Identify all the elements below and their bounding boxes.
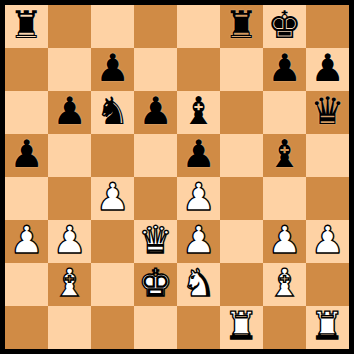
square-d7[interactable] xyxy=(134,48,177,91)
square-g8[interactable]: ♚ xyxy=(263,5,306,48)
square-b6[interactable]: ♟ xyxy=(48,91,91,134)
square-a1[interactable] xyxy=(5,306,48,349)
piece-black-pawn-icon: ♟ xyxy=(52,91,86,134)
square-d6[interactable]: ♟ xyxy=(134,91,177,134)
square-c3[interactable] xyxy=(91,220,134,263)
piece-white-bishop-icon: ♝ xyxy=(52,263,86,306)
square-h6[interactable]: ♛ xyxy=(306,91,349,134)
square-e1[interactable] xyxy=(177,306,220,349)
square-d1[interactable] xyxy=(134,306,177,349)
square-h7[interactable]: ♟ xyxy=(306,48,349,91)
square-b3[interactable]: ♟ xyxy=(48,220,91,263)
square-e8[interactable] xyxy=(177,5,220,48)
piece-white-knight-icon: ♞ xyxy=(181,263,215,306)
square-f7[interactable] xyxy=(220,48,263,91)
square-g4[interactable] xyxy=(263,177,306,220)
square-f1[interactable]: ♜ xyxy=(220,306,263,349)
square-c1[interactable] xyxy=(91,306,134,349)
square-b5[interactable] xyxy=(48,134,91,177)
square-g5[interactable]: ♝ xyxy=(263,134,306,177)
square-f4[interactable] xyxy=(220,177,263,220)
square-d4[interactable] xyxy=(134,177,177,220)
piece-black-bishop-icon: ♝ xyxy=(181,91,215,134)
square-f5[interactable] xyxy=(220,134,263,177)
piece-black-knight-icon: ♞ xyxy=(95,91,129,134)
square-a4[interactable] xyxy=(5,177,48,220)
square-h5[interactable] xyxy=(306,134,349,177)
piece-black-rook-icon: ♜ xyxy=(9,5,43,48)
piece-white-rook-icon: ♜ xyxy=(224,306,258,349)
piece-white-queen-icon: ♛ xyxy=(138,220,172,263)
square-d3[interactable]: ♛ xyxy=(134,220,177,263)
piece-white-pawn-icon: ♟ xyxy=(52,220,86,263)
square-c6[interactable]: ♞ xyxy=(91,91,134,134)
piece-black-pawn-icon: ♟ xyxy=(138,91,172,134)
square-d8[interactable] xyxy=(134,5,177,48)
square-a5[interactable]: ♟ xyxy=(5,134,48,177)
square-h1[interactable]: ♜ xyxy=(306,306,349,349)
piece-black-rook-icon: ♜ xyxy=(224,5,258,48)
square-h2[interactable] xyxy=(306,263,349,306)
square-g6[interactable] xyxy=(263,91,306,134)
square-c4[interactable]: ♟ xyxy=(91,177,134,220)
square-f6[interactable] xyxy=(220,91,263,134)
chess-board: ♜♜♚♟♟♟♟♞♟♝♛♟♟♝♟♟♟♟♛♟♟♟♝♚♞♝♜♜ xyxy=(5,5,349,349)
piece-black-pawn-icon: ♟ xyxy=(9,134,43,177)
piece-white-king-icon: ♚ xyxy=(138,263,172,306)
piece-white-pawn-icon: ♟ xyxy=(267,220,301,263)
square-a3[interactable]: ♟ xyxy=(5,220,48,263)
square-f3[interactable] xyxy=(220,220,263,263)
piece-black-pawn-icon: ♟ xyxy=(267,48,301,91)
square-b8[interactable] xyxy=(48,5,91,48)
square-g2[interactable]: ♝ xyxy=(263,263,306,306)
piece-black-queen-icon: ♛ xyxy=(310,91,344,134)
piece-black-pawn-icon: ♟ xyxy=(310,48,344,91)
square-c2[interactable] xyxy=(91,263,134,306)
square-h8[interactable] xyxy=(306,5,349,48)
square-f8[interactable]: ♜ xyxy=(220,5,263,48)
square-a7[interactable] xyxy=(5,48,48,91)
piece-white-pawn-icon: ♟ xyxy=(9,220,43,263)
piece-white-pawn-icon: ♟ xyxy=(181,177,215,220)
square-c5[interactable] xyxy=(91,134,134,177)
piece-black-pawn-icon: ♟ xyxy=(95,48,129,91)
square-b1[interactable] xyxy=(48,306,91,349)
square-b4[interactable] xyxy=(48,177,91,220)
square-b2[interactable]: ♝ xyxy=(48,263,91,306)
square-b7[interactable] xyxy=(48,48,91,91)
square-a2[interactable] xyxy=(5,263,48,306)
piece-black-bishop-icon: ♝ xyxy=(267,134,301,177)
square-h4[interactable] xyxy=(306,177,349,220)
square-e6[interactable]: ♝ xyxy=(177,91,220,134)
piece-white-bishop-icon: ♝ xyxy=(267,263,301,306)
square-g7[interactable]: ♟ xyxy=(263,48,306,91)
square-h3[interactable]: ♟ xyxy=(306,220,349,263)
square-e5[interactable]: ♟ xyxy=(177,134,220,177)
piece-white-pawn-icon: ♟ xyxy=(310,220,344,263)
square-e3[interactable]: ♟ xyxy=(177,220,220,263)
piece-white-pawn-icon: ♟ xyxy=(181,220,215,263)
board-frame: ♜♜♚♟♟♟♟♞♟♝♛♟♟♝♟♟♟♟♛♟♟♟♝♚♞♝♜♜ xyxy=(0,0,354,354)
square-f2[interactable] xyxy=(220,263,263,306)
piece-white-pawn-icon: ♟ xyxy=(95,177,129,220)
square-c8[interactable] xyxy=(91,5,134,48)
piece-black-king-icon: ♚ xyxy=(267,5,301,48)
square-d2[interactable]: ♚ xyxy=(134,263,177,306)
square-e4[interactable]: ♟ xyxy=(177,177,220,220)
square-d5[interactable] xyxy=(134,134,177,177)
piece-white-rook-icon: ♜ xyxy=(310,306,344,349)
square-a8[interactable]: ♜ xyxy=(5,5,48,48)
square-e7[interactable] xyxy=(177,48,220,91)
piece-black-pawn-icon: ♟ xyxy=(181,134,215,177)
square-c7[interactable]: ♟ xyxy=(91,48,134,91)
square-a6[interactable] xyxy=(5,91,48,134)
square-e2[interactable]: ♞ xyxy=(177,263,220,306)
square-g1[interactable] xyxy=(263,306,306,349)
square-g3[interactable]: ♟ xyxy=(263,220,306,263)
